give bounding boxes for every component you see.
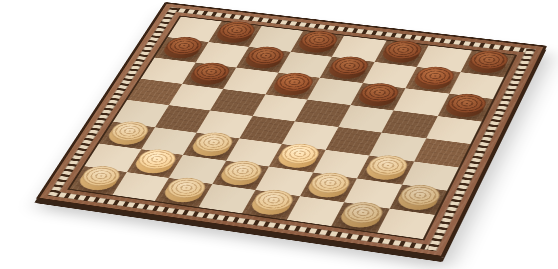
checker-piece-light[interactable] (247, 192, 295, 217)
checker-piece-light[interactable] (131, 152, 178, 176)
checker-piece-dark[interactable] (270, 75, 315, 97)
checker-piece-dark[interactable] (379, 43, 424, 65)
checker-piece-light[interactable] (336, 205, 384, 230)
checker-piece-light[interactable] (188, 135, 234, 158)
checker-piece-light[interactable] (217, 163, 264, 187)
checker-piece-dark[interactable] (355, 85, 401, 108)
board-photo-canvas (0, 0, 558, 269)
checker-piece-dark[interactable] (410, 69, 455, 91)
checker-piece-dark[interactable] (325, 59, 370, 81)
checker-piece-dark[interactable] (442, 96, 488, 119)
checker-piece-light[interactable] (274, 146, 321, 170)
checker-piece-light[interactable] (305, 175, 352, 199)
checker-piece-dark[interactable] (187, 65, 232, 87)
checkers-board (36, 2, 547, 258)
checker-piece-dark[interactable] (213, 23, 257, 44)
checker-piece-dark[interactable] (241, 49, 286, 71)
checker-piece-light[interactable] (394, 187, 442, 212)
checker-piece-light[interactable] (362, 158, 409, 182)
checker-piece-light[interactable] (160, 180, 207, 204)
checker-piece-dark[interactable] (159, 39, 203, 60)
checker-piece-dark[interactable] (295, 33, 339, 54)
checker-piece-dark[interactable] (465, 53, 510, 75)
